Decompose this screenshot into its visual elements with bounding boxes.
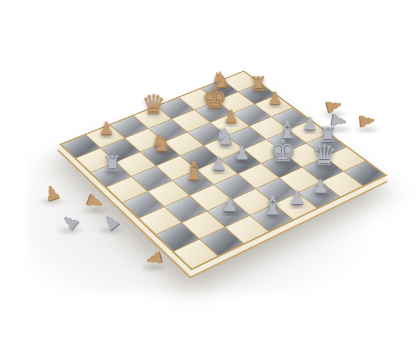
piece-silver-rook-a6: ♜ (92, 153, 133, 175)
piece-silver-pawn-c2: ♟ (208, 195, 250, 214)
piece-silver-queen-g2: ♛ (304, 142, 344, 170)
piece-wood-pawn-b8: ♟ (87, 120, 126, 138)
piece-wood-bishop-c4: ♝ (174, 158, 215, 184)
piece-wood-knight-c6: ♞ (141, 131, 181, 155)
product-photo-scene: ♟♛♞♚♜♞♟♟♝♜♞♟♟♝♟♚♜♛♟♝♟♟ ♟♟♟♟♟♟♟♟ (0, 0, 416, 337)
offboard-silver-pawn-right-6: ♟ (328, 111, 350, 131)
piece-wood-queen-d8: ♛ (134, 91, 172, 118)
piece-wood-pawn-h6: ♟ (256, 90, 294, 107)
piece-silver-bishop-d1: ♝ (252, 192, 295, 219)
offboard-wood-pawn-right-7: ♟ (357, 112, 377, 131)
piece-silver-king-f3: ♚ (263, 136, 303, 166)
